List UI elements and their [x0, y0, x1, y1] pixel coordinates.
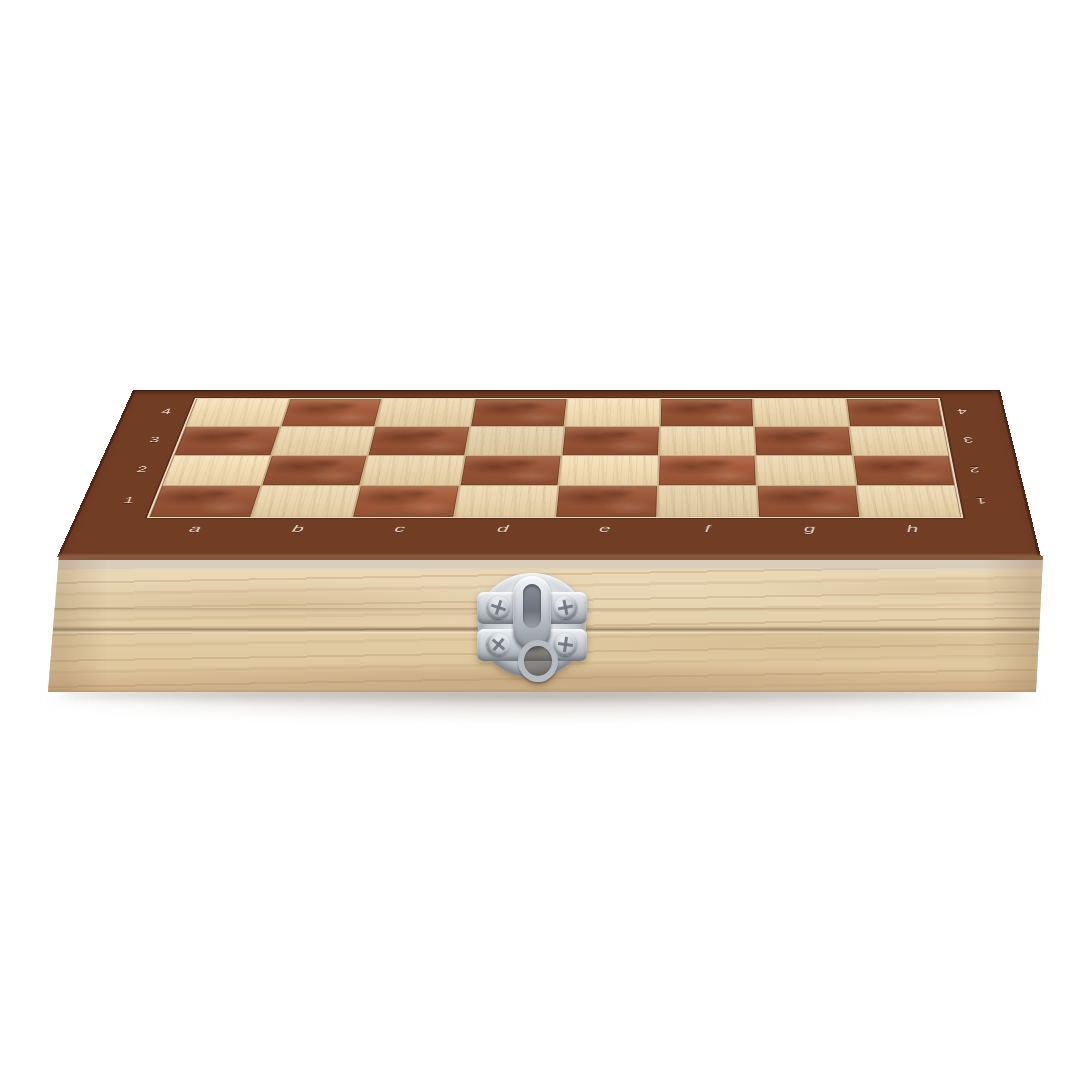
square-g3	[755, 427, 851, 455]
rank-label-right-1: 1	[975, 495, 987, 505]
product-photo-chess-box: a b c d e f g h 4 3 2 1 4 3 2 1	[0, 0, 1080, 1080]
file-label-f: f	[705, 523, 711, 535]
box-front-face	[48, 556, 1043, 694]
square-g2	[756, 456, 855, 485]
square-g1	[758, 486, 859, 517]
file-label-h: h	[906, 523, 920, 535]
file-label-a: a	[187, 523, 203, 535]
square-b4	[281, 399, 381, 426]
square-a3	[175, 427, 279, 455]
latch-tongue	[513, 576, 551, 650]
square-f3	[659, 427, 754, 455]
rank-label-left-3: 3	[148, 435, 162, 444]
rank-label-left-4: 4	[160, 407, 173, 416]
square-h3	[850, 427, 948, 455]
square-a1	[150, 486, 260, 517]
square-e1	[556, 486, 656, 517]
latch-tongue-slot	[523, 584, 541, 628]
front-edge-highlight	[57, 554, 1041, 557]
square-f4	[660, 399, 753, 426]
file-label-d: d	[496, 523, 510, 535]
square-b2	[262, 456, 367, 485]
board-top: a b c d e f g h 4 3 2 1 4 3 2 1	[57, 390, 1041, 557]
square-a4	[187, 399, 289, 426]
square-c3	[369, 427, 469, 455]
file-label-b: b	[291, 523, 306, 535]
square-b3	[272, 427, 374, 455]
square-d4	[471, 399, 567, 426]
file-label-g: g	[803, 523, 816, 535]
rank-label-right-4: 4	[957, 407, 968, 416]
latch-ring	[518, 640, 558, 682]
square-d1	[455, 486, 558, 517]
square-b1	[252, 486, 359, 517]
rank-label-left-2: 2	[135, 465, 149, 475]
rank-label-left-1: 1	[122, 495, 136, 505]
file-label-c: c	[393, 523, 406, 535]
rank-label-right-3: 3	[962, 435, 974, 444]
board-grid	[150, 399, 960, 517]
square-e3	[562, 427, 658, 455]
square-f1	[658, 486, 758, 517]
square-h1	[857, 486, 960, 517]
latch	[476, 570, 588, 682]
square-e2	[559, 456, 657, 485]
square-e4	[565, 399, 659, 426]
square-c4	[376, 399, 474, 426]
square-h4	[846, 399, 942, 426]
board-play-area	[147, 398, 964, 518]
square-c1	[353, 486, 458, 517]
rank-label-right-2: 2	[968, 465, 980, 475]
square-g4	[754, 399, 848, 426]
square-h2	[853, 456, 954, 485]
square-d3	[466, 427, 564, 455]
square-c2	[361, 456, 463, 485]
square-f2	[659, 456, 756, 485]
file-label-e: e	[599, 523, 612, 535]
square-d2	[460, 456, 560, 485]
square-a2	[163, 456, 270, 485]
